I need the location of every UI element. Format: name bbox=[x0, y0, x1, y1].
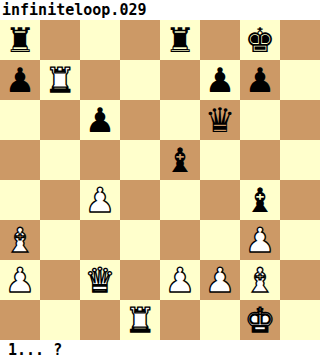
square-g4[interactable]: ♝ bbox=[240, 180, 280, 220]
square-g6[interactable] bbox=[240, 100, 280, 140]
square-b1[interactable] bbox=[40, 300, 80, 340]
chess-board: ♜♜♚♟♜♟♟♟♛♝♟♝♝♟♟♛♟♟♝♜♚ bbox=[0, 20, 320, 340]
square-g3[interactable]: ♟ bbox=[240, 220, 280, 260]
square-b3[interactable] bbox=[40, 220, 80, 260]
square-e8[interactable]: ♜ bbox=[160, 20, 200, 60]
white-rook-piece: ♜ bbox=[45, 60, 75, 100]
black-rook-piece: ♜ bbox=[5, 20, 35, 60]
square-a4[interactable] bbox=[0, 180, 40, 220]
square-d2[interactable] bbox=[120, 260, 160, 300]
square-f2[interactable]: ♟ bbox=[200, 260, 240, 300]
white-queen-piece: ♛ bbox=[85, 260, 115, 300]
square-f8[interactable] bbox=[200, 20, 240, 60]
white-pawn-piece: ♟ bbox=[245, 220, 275, 260]
square-b2[interactable] bbox=[40, 260, 80, 300]
square-b6[interactable] bbox=[40, 100, 80, 140]
square-g2[interactable]: ♝ bbox=[240, 260, 280, 300]
white-bishop-piece: ♝ bbox=[5, 220, 35, 260]
black-pawn-piece: ♟ bbox=[5, 60, 35, 100]
square-a2[interactable]: ♟ bbox=[0, 260, 40, 300]
square-h4[interactable] bbox=[280, 180, 320, 220]
square-g8[interactable]: ♚ bbox=[240, 20, 280, 60]
square-d3[interactable] bbox=[120, 220, 160, 260]
black-pawn-piece: ♟ bbox=[85, 100, 115, 140]
square-a5[interactable] bbox=[0, 140, 40, 180]
square-b5[interactable] bbox=[40, 140, 80, 180]
square-f3[interactable] bbox=[200, 220, 240, 260]
square-e3[interactable] bbox=[160, 220, 200, 260]
square-h1[interactable] bbox=[280, 300, 320, 340]
square-g5[interactable] bbox=[240, 140, 280, 180]
white-pawn-piece: ♟ bbox=[85, 180, 115, 220]
square-e7[interactable] bbox=[160, 60, 200, 100]
white-rook-piece: ♜ bbox=[125, 300, 155, 340]
square-c8[interactable] bbox=[80, 20, 120, 60]
square-g1[interactable]: ♚ bbox=[240, 300, 280, 340]
square-b7[interactable]: ♜ bbox=[40, 60, 80, 100]
square-h5[interactable] bbox=[280, 140, 320, 180]
square-e4[interactable] bbox=[160, 180, 200, 220]
square-d7[interactable] bbox=[120, 60, 160, 100]
black-pawn-piece: ♟ bbox=[205, 60, 235, 100]
square-d8[interactable] bbox=[120, 20, 160, 60]
square-c1[interactable] bbox=[80, 300, 120, 340]
black-rook-piece: ♜ bbox=[165, 20, 195, 60]
square-f7[interactable]: ♟ bbox=[200, 60, 240, 100]
square-a8[interactable]: ♜ bbox=[0, 20, 40, 60]
square-d1[interactable]: ♜ bbox=[120, 300, 160, 340]
square-d4[interactable] bbox=[120, 180, 160, 220]
square-a6[interactable] bbox=[0, 100, 40, 140]
square-b4[interactable] bbox=[40, 180, 80, 220]
square-c3[interactable] bbox=[80, 220, 120, 260]
white-pawn-piece: ♟ bbox=[5, 260, 35, 300]
square-a7[interactable]: ♟ bbox=[0, 60, 40, 100]
white-king-piece: ♚ bbox=[245, 300, 275, 340]
square-d6[interactable] bbox=[120, 100, 160, 140]
square-c4[interactable]: ♟ bbox=[80, 180, 120, 220]
square-e2[interactable]: ♟ bbox=[160, 260, 200, 300]
square-a1[interactable] bbox=[0, 300, 40, 340]
square-e6[interactable] bbox=[160, 100, 200, 140]
square-h3[interactable] bbox=[280, 220, 320, 260]
square-f1[interactable] bbox=[200, 300, 240, 340]
black-bishop-piece: ♝ bbox=[245, 180, 275, 220]
square-f5[interactable] bbox=[200, 140, 240, 180]
square-a3[interactable]: ♝ bbox=[0, 220, 40, 260]
white-pawn-piece: ♟ bbox=[205, 260, 235, 300]
square-c6[interactable]: ♟ bbox=[80, 100, 120, 140]
square-c7[interactable] bbox=[80, 60, 120, 100]
move-prompt: 1... ? bbox=[0, 340, 320, 360]
square-c5[interactable] bbox=[80, 140, 120, 180]
square-f4[interactable] bbox=[200, 180, 240, 220]
square-e1[interactable] bbox=[160, 300, 200, 340]
white-pawn-piece: ♟ bbox=[165, 260, 195, 300]
square-d5[interactable] bbox=[120, 140, 160, 180]
black-queen-piece: ♛ bbox=[205, 100, 235, 140]
chess-app-window: infiniteloop.029 ♜♜♚♟♜♟♟♟♛♝♟♝♝♟♟♛♟♟♝♜♚ 1… bbox=[0, 0, 320, 360]
square-g7[interactable]: ♟ bbox=[240, 60, 280, 100]
square-c2[interactable]: ♛ bbox=[80, 260, 120, 300]
black-king-piece: ♚ bbox=[245, 20, 275, 60]
square-h7[interactable] bbox=[280, 60, 320, 100]
square-h6[interactable] bbox=[280, 100, 320, 140]
puzzle-title: infiniteloop.029 bbox=[0, 0, 320, 20]
white-bishop-piece: ♝ bbox=[245, 260, 275, 300]
square-h2[interactable] bbox=[280, 260, 320, 300]
square-f6[interactable]: ♛ bbox=[200, 100, 240, 140]
square-h8[interactable] bbox=[280, 20, 320, 60]
black-pawn-piece: ♟ bbox=[245, 60, 275, 100]
square-e5[interactable]: ♝ bbox=[160, 140, 200, 180]
black-bishop-piece: ♝ bbox=[165, 140, 195, 180]
square-b8[interactable] bbox=[40, 20, 80, 60]
